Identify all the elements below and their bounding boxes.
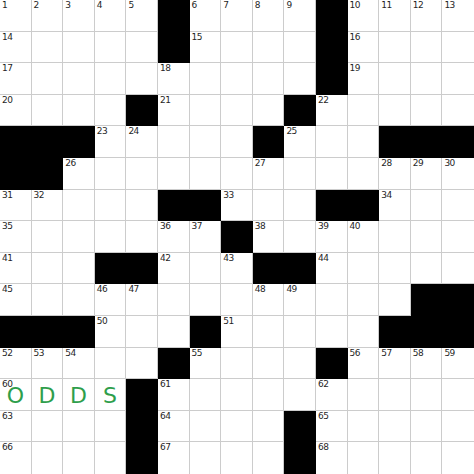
cell-r11c1[interactable]: 53 [32, 348, 64, 380]
cell-r2c2[interactable] [63, 63, 95, 95]
block-cell-r11c10 [316, 348, 348, 380]
cell-r3c5[interactable]: 21 [158, 95, 190, 127]
cell-r11c0[interactable]: 52 [0, 348, 32, 380]
clue-number-25: 25 [286, 127, 296, 136]
cell-r7c14[interactable] [442, 221, 474, 253]
cell-r12c2[interactable]: D [63, 379, 95, 411]
cell-r14c5[interactable]: 67 [158, 442, 190, 474]
cell-r3c12[interactable] [379, 95, 411, 127]
block-cell-r13c9 [284, 411, 316, 443]
block-cell-r6c10 [316, 190, 348, 222]
cell-r14c0[interactable]: 66 [0, 442, 32, 474]
clue-number-26: 26 [65, 159, 75, 168]
clue-number-48: 48 [255, 285, 265, 294]
cell-r8c1[interactable] [32, 253, 64, 285]
clue-number-23: 23 [97, 127, 107, 136]
cell-r9c12[interactable] [379, 284, 411, 316]
cell-r13c7[interactable] [221, 411, 253, 443]
clue-number-39: 39 [318, 222, 328, 231]
block-cell-r4c2 [63, 126, 95, 158]
cell-r6c8[interactable] [253, 190, 285, 222]
cell-r5c11[interactable] [348, 158, 380, 190]
cell-r14c12[interactable] [379, 442, 411, 474]
cell-r11c2[interactable]: 54 [63, 348, 95, 380]
cell-r1c0[interactable]: 14 [0, 32, 32, 64]
cell-r3c13[interactable] [411, 95, 443, 127]
block-cell-r9c14 [442, 284, 474, 316]
cell-r1c14[interactable] [442, 32, 474, 64]
clue-number-16: 16 [350, 33, 360, 42]
cell-r7c1[interactable] [32, 221, 64, 253]
block-cell-r4c12 [379, 126, 411, 158]
clue-number-3: 3 [65, 1, 70, 10]
block-cell-r10c2 [63, 316, 95, 348]
cell-r9c4[interactable]: 47 [126, 284, 158, 316]
cell-r4c10[interactable] [316, 126, 348, 158]
cell-letter: S [95, 379, 126, 410]
clue-number-34: 34 [381, 191, 391, 200]
cell-r11c9[interactable] [284, 348, 316, 380]
clue-number-55: 55 [192, 349, 202, 358]
cell-r14c11[interactable] [348, 442, 380, 474]
cell-r12c12[interactable] [379, 379, 411, 411]
clue-number-8: 8 [255, 1, 260, 10]
clue-number-61: 61 [160, 380, 170, 389]
cell-r6c0[interactable]: 31 [0, 190, 32, 222]
cell-r2c3[interactable] [95, 63, 127, 95]
clue-number-44: 44 [318, 254, 328, 263]
block-cell-r10c1 [32, 316, 64, 348]
cell-r4c11[interactable] [348, 126, 380, 158]
block-cell-r10c0 [0, 316, 32, 348]
cell-r10c5[interactable] [158, 316, 190, 348]
cell-r11c8[interactable] [253, 348, 285, 380]
cell-r0c7[interactable]: 7 [221, 0, 253, 32]
cell-r12c6[interactable] [190, 379, 222, 411]
cell-r2c6[interactable] [190, 63, 222, 95]
clue-number-64: 64 [160, 412, 170, 421]
cell-r13c2[interactable] [63, 411, 95, 443]
cell-r14c2[interactable] [63, 442, 95, 474]
clue-number-33: 33 [223, 191, 233, 200]
cell-r11c13[interactable]: 58 [411, 348, 443, 380]
cell-r5c6[interactable] [190, 158, 222, 190]
cell-r0c8[interactable]: 8 [253, 0, 285, 32]
clue-number-67: 67 [160, 443, 170, 452]
cell-r12c8[interactable] [253, 379, 285, 411]
cell-r5c12[interactable]: 28 [379, 158, 411, 190]
cell-letter: D [63, 379, 94, 410]
cell-r3c6[interactable] [190, 95, 222, 127]
cell-r9c8[interactable]: 48 [253, 284, 285, 316]
cell-r11c11[interactable]: 56 [348, 348, 380, 380]
cell-r5c4[interactable] [126, 158, 158, 190]
clue-number-12: 12 [413, 1, 423, 10]
cell-r5c7[interactable] [221, 158, 253, 190]
clue-number-18: 18 [160, 64, 170, 73]
cell-r12c10[interactable]: 62 [316, 379, 348, 411]
block-cell-r6c6 [190, 190, 222, 222]
cell-r6c9[interactable] [284, 190, 316, 222]
cell-r7c13[interactable] [411, 221, 443, 253]
cell-r0c13[interactable]: 12 [411, 0, 443, 32]
cell-r1c2[interactable] [63, 32, 95, 64]
cell-r4c3[interactable]: 23 [95, 126, 127, 158]
block-cell-r4c1 [32, 126, 64, 158]
block-cell-r10c13 [411, 316, 443, 348]
cell-r4c5[interactable] [158, 126, 190, 158]
cell-r3c11[interactable] [348, 95, 380, 127]
cell-r1c6[interactable]: 15 [190, 32, 222, 64]
cell-r3c0[interactable]: 20 [0, 95, 32, 127]
cell-r8c11[interactable] [348, 253, 380, 285]
cell-r3c7[interactable] [221, 95, 253, 127]
cell-r9c2[interactable] [63, 284, 95, 316]
clue-number-68: 68 [318, 443, 328, 452]
clue-number-43: 43 [223, 254, 233, 263]
clue-number-24: 24 [128, 127, 138, 136]
clue-number-56: 56 [350, 349, 360, 358]
cell-r4c9[interactable]: 25 [284, 126, 316, 158]
cell-r13c3[interactable] [95, 411, 127, 443]
clue-number-50: 50 [97, 317, 107, 326]
cell-r1c4[interactable] [126, 32, 158, 64]
cell-r12c14[interactable] [442, 379, 474, 411]
cell-r13c10[interactable]: 65 [316, 411, 348, 443]
clue-number-32: 32 [34, 191, 44, 200]
cell-r8c7[interactable]: 43 [221, 253, 253, 285]
clue-number-54: 54 [65, 349, 75, 358]
cell-r0c11[interactable]: 10 [348, 0, 380, 32]
cell-r12c11[interactable] [348, 379, 380, 411]
cell-r3c1[interactable] [32, 95, 64, 127]
block-cell-r13c4 [126, 411, 158, 443]
clue-number-4: 4 [97, 1, 102, 10]
crossword-board: 1234567891011121314151617181920212223242… [0, 0, 474, 474]
cell-r0c2[interactable]: 3 [63, 0, 95, 32]
clue-number-1: 1 [2, 1, 7, 10]
clue-number-65: 65 [318, 412, 328, 421]
cell-r9c5[interactable] [158, 284, 190, 316]
cell-r12c1[interactable]: D [32, 379, 64, 411]
cell-r13c11[interactable] [348, 411, 380, 443]
clue-number-13: 13 [444, 1, 454, 10]
cell-r10c3[interactable]: 50 [95, 316, 127, 348]
cell-r4c4[interactable]: 24 [126, 126, 158, 158]
clue-number-63: 63 [2, 412, 12, 421]
cell-r9c6[interactable] [190, 284, 222, 316]
cell-r2c11[interactable]: 19 [348, 63, 380, 95]
cell-r10c11[interactable] [348, 316, 380, 348]
cell-r8c5[interactable]: 42 [158, 253, 190, 285]
block-cell-r11c5 [158, 348, 190, 380]
cell-r6c7[interactable]: 33 [221, 190, 253, 222]
clue-number-28: 28 [381, 159, 391, 168]
cell-r13c6[interactable] [190, 411, 222, 443]
clue-number-42: 42 [160, 254, 170, 263]
block-cell-r8c3 [95, 253, 127, 285]
cell-r12c3[interactable]: S [95, 379, 127, 411]
clue-number-19: 19 [350, 64, 360, 73]
cell-r3c2[interactable] [63, 95, 95, 127]
clue-number-22: 22 [318, 96, 328, 105]
cell-r11c4[interactable] [126, 348, 158, 380]
cell-r7c11[interactable]: 40 [348, 221, 380, 253]
cell-r7c5[interactable]: 36 [158, 221, 190, 253]
cell-r1c13[interactable] [411, 32, 443, 64]
clue-number-51: 51 [223, 317, 233, 326]
cell-r7c2[interactable] [63, 221, 95, 253]
cell-r2c0[interactable]: 17 [0, 63, 32, 95]
cell-r13c14[interactable] [442, 411, 474, 443]
cell-r14c3[interactable] [95, 442, 127, 474]
clue-number-37: 37 [192, 222, 202, 231]
cell-r12c0[interactable]: 60O [0, 379, 32, 411]
cell-r0c3[interactable]: 4 [95, 0, 127, 32]
cell-r7c8[interactable]: 38 [253, 221, 285, 253]
cell-r13c5[interactable]: 64 [158, 411, 190, 443]
cell-r5c9[interactable] [284, 158, 316, 190]
clue-number-7: 7 [223, 1, 228, 10]
block-cell-r9c13 [411, 284, 443, 316]
clue-number-46: 46 [97, 285, 107, 294]
clue-number-15: 15 [192, 33, 202, 42]
cell-r13c12[interactable] [379, 411, 411, 443]
cell-r9c3[interactable]: 46 [95, 284, 127, 316]
cell-r4c7[interactable] [221, 126, 253, 158]
cell-r9c11[interactable] [348, 284, 380, 316]
block-cell-r14c4 [126, 442, 158, 474]
cell-r3c3[interactable] [95, 95, 127, 127]
cell-r9c1[interactable] [32, 284, 64, 316]
cell-r6c4[interactable] [126, 190, 158, 222]
cell-r7c0[interactable]: 35 [0, 221, 32, 253]
block-cell-r0c10 [316, 0, 348, 32]
clue-number-58: 58 [413, 349, 423, 358]
block-cell-r1c5 [158, 32, 190, 64]
clue-number-36: 36 [160, 222, 170, 231]
cell-r3c10[interactable]: 22 [316, 95, 348, 127]
clue-number-59: 59 [444, 349, 454, 358]
cell-r11c7[interactable] [221, 348, 253, 380]
clue-number-49: 49 [286, 285, 296, 294]
cell-r13c13[interactable] [411, 411, 443, 443]
clue-number-2: 2 [34, 1, 39, 10]
cell-r12c7[interactable] [221, 379, 253, 411]
cell-r4c6[interactable] [190, 126, 222, 158]
block-cell-r1c10 [316, 32, 348, 64]
cell-r1c11[interactable]: 16 [348, 32, 380, 64]
cell-r5c14[interactable]: 30 [442, 158, 474, 190]
cell-r7c6[interactable]: 37 [190, 221, 222, 253]
clue-number-40: 40 [350, 222, 360, 231]
cell-r1c1[interactable] [32, 32, 64, 64]
cell-r5c13[interactable]: 29 [411, 158, 443, 190]
cell-r2c7[interactable] [221, 63, 253, 95]
cell-r7c12[interactable] [379, 221, 411, 253]
clue-number-10: 10 [350, 1, 360, 10]
cell-r14c6[interactable] [190, 442, 222, 474]
block-cell-r3c4 [126, 95, 158, 127]
clue-number-30: 30 [444, 159, 454, 168]
cell-r2c5[interactable]: 18 [158, 63, 190, 95]
clue-number-41: 41 [2, 254, 12, 263]
block-cell-r10c12 [379, 316, 411, 348]
cell-r7c9[interactable] [284, 221, 316, 253]
block-cell-r5c1 [32, 158, 64, 190]
cell-r6c1[interactable]: 32 [32, 190, 64, 222]
cell-r14c10[interactable]: 68 [316, 442, 348, 474]
block-cell-r8c4 [126, 253, 158, 285]
cell-r8c2[interactable] [63, 253, 95, 285]
cell-r2c4[interactable] [126, 63, 158, 95]
cell-r2c8[interactable] [253, 63, 285, 95]
cell-r9c10[interactable] [316, 284, 348, 316]
clue-number-57: 57 [381, 349, 391, 358]
cell-r10c9[interactable] [284, 316, 316, 348]
clue-number-21: 21 [160, 96, 170, 105]
clue-number-9: 9 [286, 1, 291, 10]
cell-r13c1[interactable] [32, 411, 64, 443]
cell-r14c7[interactable] [221, 442, 253, 474]
cell-r0c0[interactable]: 1 [0, 0, 32, 32]
cell-r1c12[interactable] [379, 32, 411, 64]
cell-r8c10[interactable]: 44 [316, 253, 348, 285]
cell-r11c6[interactable]: 55 [190, 348, 222, 380]
cell-r1c8[interactable] [253, 32, 285, 64]
clue-number-52: 52 [2, 349, 12, 358]
cell-r0c12[interactable]: 11 [379, 0, 411, 32]
clue-number-6: 6 [192, 1, 197, 10]
cell-r10c10[interactable] [316, 316, 348, 348]
clue-number-20: 20 [2, 96, 12, 105]
cell-letter: O [0, 379, 31, 410]
block-cell-r8c9 [284, 253, 316, 285]
cell-r5c8[interactable]: 27 [253, 158, 285, 190]
block-cell-r7c7 [221, 221, 253, 253]
cell-r5c3[interactable] [95, 158, 127, 190]
cell-r14c1[interactable] [32, 442, 64, 474]
cell-r6c2[interactable] [63, 190, 95, 222]
cell-r8c6[interactable] [190, 253, 222, 285]
cell-r14c8[interactable] [253, 442, 285, 474]
clue-number-5: 5 [128, 1, 133, 10]
cell-r5c5[interactable] [158, 158, 190, 190]
block-cell-r6c5 [158, 190, 190, 222]
cell-r0c9[interactable]: 9 [284, 0, 316, 32]
clue-number-45: 45 [2, 285, 12, 294]
cell-r9c9[interactable]: 49 [284, 284, 316, 316]
block-cell-r5c0 [0, 158, 32, 190]
cell-r11c12[interactable]: 57 [379, 348, 411, 380]
block-cell-r8c8 [253, 253, 285, 285]
cell-r12c9[interactable] [284, 379, 316, 411]
cell-r11c3[interactable] [95, 348, 127, 380]
cell-r10c7[interactable]: 51 [221, 316, 253, 348]
cell-r6c13[interactable] [411, 190, 443, 222]
block-cell-r4c14 [442, 126, 474, 158]
cell-r13c0[interactable]: 63 [0, 411, 32, 443]
cell-r1c3[interactable] [95, 32, 127, 64]
block-cell-r10c14 [442, 316, 474, 348]
cell-r5c2[interactable]: 26 [63, 158, 95, 190]
cell-r9c7[interactable] [221, 284, 253, 316]
cell-r13c8[interactable] [253, 411, 285, 443]
cell-r2c13[interactable] [411, 63, 443, 95]
clue-number-14: 14 [2, 33, 12, 42]
clue-number-29: 29 [413, 159, 423, 168]
cell-r9c0[interactable]: 45 [0, 284, 32, 316]
cell-r2c14[interactable] [442, 63, 474, 95]
block-cell-r14c9 [284, 442, 316, 474]
clue-number-27: 27 [255, 159, 265, 168]
cell-r8c12[interactable] [379, 253, 411, 285]
block-cell-r6c11 [348, 190, 380, 222]
cell-r3c8[interactable] [253, 95, 285, 127]
block-cell-r12c4 [126, 379, 158, 411]
cell-r8c13[interactable] [411, 253, 443, 285]
cell-r2c1[interactable] [32, 63, 64, 95]
clue-number-38: 38 [255, 222, 265, 231]
cell-r11c14[interactable]: 59 [442, 348, 474, 380]
block-cell-r4c13 [411, 126, 443, 158]
cell-r12c13[interactable] [411, 379, 443, 411]
cell-r10c4[interactable] [126, 316, 158, 348]
block-cell-r10c6 [190, 316, 222, 348]
clue-number-17: 17 [2, 64, 12, 73]
cell-r1c7[interactable] [221, 32, 253, 64]
cell-r12c5[interactable]: 61 [158, 379, 190, 411]
cell-r0c6[interactable]: 6 [190, 0, 222, 32]
block-cell-r2c10 [316, 63, 348, 95]
cell-r7c4[interactable] [126, 221, 158, 253]
cell-r3c14[interactable] [442, 95, 474, 127]
cell-r14c14[interactable] [442, 442, 474, 474]
cell-r5c10[interactable] [316, 158, 348, 190]
clue-number-11: 11 [381, 1, 391, 10]
cell-r14c13[interactable] [411, 442, 443, 474]
cell-r7c3[interactable] [95, 221, 127, 253]
cell-r6c12[interactable]: 34 [379, 190, 411, 222]
clue-number-35: 35 [2, 222, 12, 231]
cell-r10c8[interactable] [253, 316, 285, 348]
block-cell-r3c9 [284, 95, 316, 127]
cell-r0c4[interactable]: 5 [126, 0, 158, 32]
clue-number-31: 31 [2, 191, 12, 200]
cell-r2c12[interactable] [379, 63, 411, 95]
clue-number-47: 47 [128, 285, 138, 294]
cell-r6c3[interactable] [95, 190, 127, 222]
cell-r0c14[interactable]: 13 [442, 0, 474, 32]
cell-r8c14[interactable] [442, 253, 474, 285]
block-cell-r4c0 [0, 126, 32, 158]
clue-number-53: 53 [34, 349, 44, 358]
cell-letter: D [32, 379, 63, 410]
cell-r1c9[interactable] [284, 32, 316, 64]
cell-r7c10[interactable]: 39 [316, 221, 348, 253]
cell-r8c0[interactable]: 41 [0, 253, 32, 285]
block-cell-r0c5 [158, 0, 190, 32]
block-cell-r4c8 [253, 126, 285, 158]
clue-number-66: 66 [2, 443, 12, 452]
clue-number-62: 62 [318, 380, 328, 389]
cell-r2c9[interactable] [284, 63, 316, 95]
cell-r6c14[interactable] [442, 190, 474, 222]
cell-r0c1[interactable]: 2 [32, 0, 64, 32]
